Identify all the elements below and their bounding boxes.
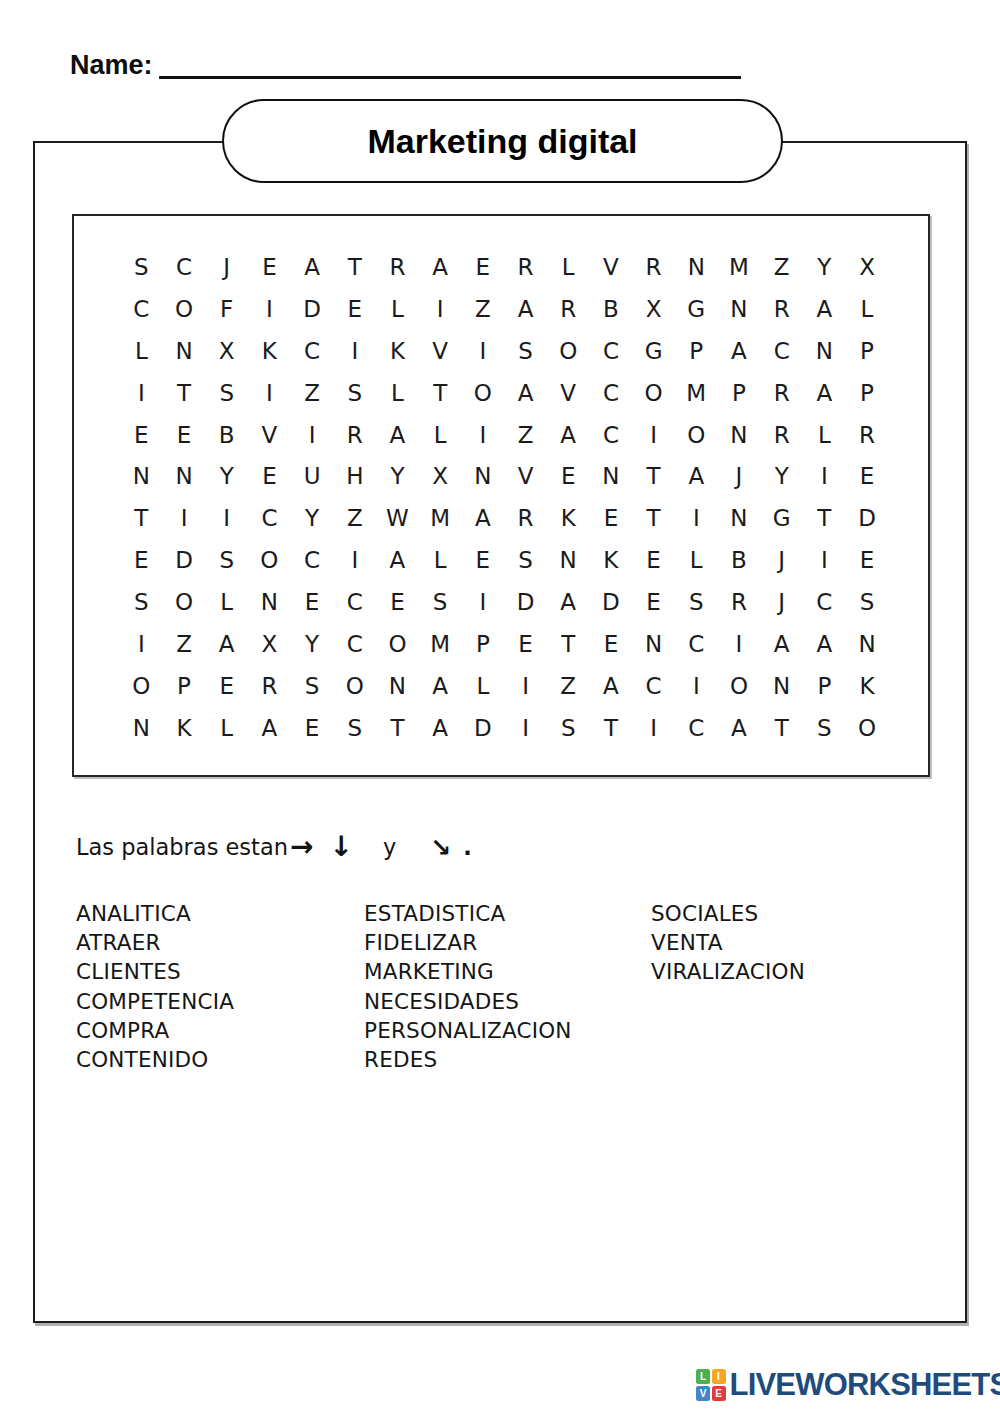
grid-cell-r9c3[interactable]: L bbox=[205, 581, 248, 623]
grid-cell-r2c8[interactable]: I bbox=[419, 288, 462, 330]
word-item: ESTADISTICA bbox=[364, 899, 572, 928]
grid-cell-r6c15[interactable]: J bbox=[718, 455, 761, 497]
grid-cell-r11c16[interactable]: N bbox=[760, 665, 803, 707]
grid-cell-r11c3[interactable]: E bbox=[205, 665, 248, 707]
grid-cell-r4c11[interactable]: V bbox=[547, 372, 590, 414]
grid-cell-r3c8[interactable]: V bbox=[419, 330, 462, 372]
grid-cell-r8c10[interactable]: S bbox=[504, 539, 547, 581]
grid-cell-r4c18[interactable]: P bbox=[846, 372, 889, 414]
grid-cell-r7c5[interactable]: Y bbox=[291, 497, 334, 539]
grid-cell-r6c6[interactable]: H bbox=[333, 455, 376, 497]
grid-cell-r3c12[interactable]: C bbox=[590, 330, 633, 372]
word-column-1: ANALITICAATRAERCLIENTESCOMPETENCIACOMPRA… bbox=[76, 899, 234, 1074]
grid-cell-r4c2[interactable]: T bbox=[163, 372, 206, 414]
grid-cell-r9c1[interactable]: S bbox=[120, 581, 163, 623]
grid-cell-r4c13[interactable]: O bbox=[632, 372, 675, 414]
grid-cell-r12c16[interactable]: T bbox=[760, 707, 803, 749]
grid-cell-r9c17[interactable]: C bbox=[803, 581, 846, 623]
grid-cell-r7c17[interactable]: T bbox=[803, 497, 846, 539]
grid-cell-r2c17[interactable]: A bbox=[803, 288, 846, 330]
grid-cell-r3c13[interactable]: G bbox=[632, 330, 675, 372]
grid-cell-r7c6[interactable]: Z bbox=[333, 497, 376, 539]
grid-cell-r10c9[interactable]: P bbox=[462, 623, 505, 665]
grid-cell-r6c13[interactable]: T bbox=[632, 455, 675, 497]
grid-cell-r9c16[interactable]: J bbox=[760, 581, 803, 623]
grid-cell-r9c14[interactable]: S bbox=[675, 581, 718, 623]
grid-cell-r11c14[interactable]: I bbox=[675, 665, 718, 707]
grid-cell-r5c15[interactable]: N bbox=[718, 414, 761, 456]
grid-cell-r1c17[interactable]: Y bbox=[803, 246, 846, 288]
grid-cell-r12c8[interactable]: A bbox=[419, 707, 462, 749]
grid-cell-r11c1[interactable]: O bbox=[120, 665, 163, 707]
grid-cell-r5c12[interactable]: C bbox=[590, 414, 633, 456]
grid-cell-r5c2[interactable]: E bbox=[163, 414, 206, 456]
grid-cell-r6c18[interactable]: E bbox=[846, 455, 889, 497]
grid-cell-r11c8[interactable]: A bbox=[419, 665, 462, 707]
grid-cell-r11c17[interactable]: P bbox=[803, 665, 846, 707]
grid-cell-r8c17[interactable]: I bbox=[803, 539, 846, 581]
word-item: ANALITICA bbox=[76, 899, 234, 928]
grid-cell-r8c11[interactable]: N bbox=[547, 539, 590, 581]
grid-cell-r3c16[interactable]: C bbox=[760, 330, 803, 372]
word-item: MARKETING bbox=[364, 957, 572, 986]
grid-cell-r12c10[interactable]: I bbox=[504, 707, 547, 749]
liveworksheets-brand-text: LIVEWORKSHEETS bbox=[730, 1369, 1000, 1400]
grid-cell-r3c2[interactable]: N bbox=[163, 330, 206, 372]
grid-cell-r4c6[interactable]: S bbox=[333, 372, 376, 414]
grid-cell-r10c7[interactable]: O bbox=[376, 623, 419, 665]
grid-cell-r5c1[interactable]: E bbox=[120, 414, 163, 456]
grid-cell-r10c18[interactable]: N bbox=[846, 623, 889, 665]
grid-cell-r4c8[interactable]: T bbox=[419, 372, 462, 414]
arrow-right-icon: → bbox=[290, 833, 313, 861]
grid-cell-r8c15[interactable]: B bbox=[718, 539, 761, 581]
grid-cell-r5c7[interactable]: A bbox=[376, 414, 419, 456]
grid-cell-r12c18[interactable]: O bbox=[846, 707, 889, 749]
grid-cell-r1c15[interactable]: M bbox=[718, 246, 761, 288]
grid-cell-r3c10[interactable]: S bbox=[504, 330, 547, 372]
instructions-line: Las palabras estan → ↓ y ↘ . bbox=[76, 831, 472, 863]
grid-cell-r10c10[interactable]: E bbox=[504, 623, 547, 665]
grid-cell-r2c15[interactable]: N bbox=[718, 288, 761, 330]
grid-cell-r10c5[interactable]: Y bbox=[291, 623, 334, 665]
grid-cell-r10c13[interactable]: N bbox=[632, 623, 675, 665]
grid-cell-r1c16[interactable]: Z bbox=[760, 246, 803, 288]
grid-cell-r12c4[interactable]: A bbox=[248, 707, 291, 749]
grid-cell-r2c7[interactable]: L bbox=[376, 288, 419, 330]
grid-cell-r10c2[interactable]: Z bbox=[163, 623, 206, 665]
wordsearch-board: SCJEATRAERLVRNMZYXCOFIDELIZARBXGNRALLNXK… bbox=[72, 214, 930, 777]
grid-cell-r4c7[interactable]: L bbox=[376, 372, 419, 414]
grid-cell-r4c4[interactable]: I bbox=[248, 372, 291, 414]
grid-cell-r9c2[interactable]: O bbox=[163, 581, 206, 623]
grid-cell-r7c18[interactable]: D bbox=[846, 497, 889, 539]
grid-cell-r10c8[interactable]: M bbox=[419, 623, 462, 665]
grid-cell-r2c18[interactable]: L bbox=[846, 288, 889, 330]
grid-cell-r6c9[interactable]: N bbox=[462, 455, 505, 497]
grid-cell-r1c3[interactable]: J bbox=[205, 246, 248, 288]
logo-square-i: I bbox=[712, 1369, 726, 1384]
grid-cell-r2c1[interactable]: C bbox=[120, 288, 163, 330]
grid-cell-r1c9[interactable]: E bbox=[462, 246, 505, 288]
grid-cell-r9c9[interactable]: I bbox=[462, 581, 505, 623]
grid-cell-r8c3[interactable]: S bbox=[205, 539, 248, 581]
grid-cell-r9c4[interactable]: N bbox=[248, 581, 291, 623]
grid-cell-r4c12[interactable]: C bbox=[590, 372, 633, 414]
grid-cell-r5c4[interactable]: V bbox=[248, 414, 291, 456]
grid-cell-r12c14[interactable]: C bbox=[675, 707, 718, 749]
grid-cell-r9c10[interactable]: D bbox=[504, 581, 547, 623]
grid-cell-r9c6[interactable]: C bbox=[333, 581, 376, 623]
grid-cell-r9c13[interactable]: E bbox=[632, 581, 675, 623]
grid-cell-r7c11[interactable]: K bbox=[547, 497, 590, 539]
word-item: VENTA bbox=[651, 928, 805, 957]
grid-cell-r5c17[interactable]: L bbox=[803, 414, 846, 456]
grid-cell-r6c5[interactable]: U bbox=[291, 455, 334, 497]
grid-cell-r1c6[interactable]: T bbox=[333, 246, 376, 288]
grid-cell-r12c2[interactable]: K bbox=[163, 707, 206, 749]
grid-cell-r1c12[interactable]: V bbox=[590, 246, 633, 288]
grid-cell-r3c1[interactable]: L bbox=[120, 330, 163, 372]
grid-cell-r2c6[interactable]: E bbox=[333, 288, 376, 330]
grid-cell-r3c7[interactable]: K bbox=[376, 330, 419, 372]
grid-cell-r11c6[interactable]: O bbox=[333, 665, 376, 707]
grid-cell-r9c11[interactable]: A bbox=[547, 581, 590, 623]
grid-cell-r3c9[interactable]: I bbox=[462, 330, 505, 372]
arrow-diagonal-icon: ↘ bbox=[430, 835, 451, 860]
grid-cell-r3c3[interactable]: X bbox=[205, 330, 248, 372]
grid-cell-r7c1[interactable]: T bbox=[120, 497, 163, 539]
grid-cell-r2c5[interactable]: D bbox=[291, 288, 334, 330]
word-item: FIDELIZAR bbox=[364, 928, 572, 957]
word-item: PERSONALIZACION bbox=[364, 1016, 572, 1045]
grid-cell-r7c8[interactable]: M bbox=[419, 497, 462, 539]
grid-cell-r10c3[interactable]: A bbox=[205, 623, 248, 665]
grid-cell-r11c11[interactable]: Z bbox=[547, 665, 590, 707]
grid-cell-r12c5[interactable]: E bbox=[291, 707, 334, 749]
grid-cell-r10c15[interactable]: I bbox=[718, 623, 761, 665]
grid-cell-r4c1[interactable]: I bbox=[120, 372, 163, 414]
grid-cell-r8c14[interactable]: L bbox=[675, 539, 718, 581]
conjunction-text: y bbox=[383, 834, 396, 860]
grid-cell-r8c7[interactable]: A bbox=[376, 539, 419, 581]
grid-cell-r5c18[interactable]: R bbox=[846, 414, 889, 456]
grid-cell-r10c6[interactable]: C bbox=[333, 623, 376, 665]
grid-cell-r10c11[interactable]: T bbox=[547, 623, 590, 665]
grid-cell-r1c13[interactable]: R bbox=[632, 246, 675, 288]
grid-cell-r7c3[interactable]: I bbox=[205, 497, 248, 539]
grid-cell-r6c7[interactable]: Y bbox=[376, 455, 419, 497]
grid-cell-r8c5[interactable]: C bbox=[291, 539, 334, 581]
word-column-2: ESTADISTICAFIDELIZARMARKETINGNECESIDADES… bbox=[364, 899, 572, 1074]
grid-cell-r7c10[interactable]: R bbox=[504, 497, 547, 539]
logo-square-e: E bbox=[712, 1386, 726, 1401]
grid-cell-r2c13[interactable]: X bbox=[632, 288, 675, 330]
grid-cell-r8c12[interactable]: K bbox=[590, 539, 633, 581]
grid-cell-r12c6[interactable]: S bbox=[333, 707, 376, 749]
grid-cell-r4c14[interactable]: M bbox=[675, 372, 718, 414]
grid-cell-r11c2[interactable]: P bbox=[163, 665, 206, 707]
grid-cell-r9c15[interactable]: R bbox=[718, 581, 761, 623]
grid-cell-r7c14[interactable]: I bbox=[675, 497, 718, 539]
word-item: NECESIDADES bbox=[364, 987, 572, 1016]
grid-cell-r7c15[interactable]: N bbox=[718, 497, 761, 539]
word-item: CONTENIDO bbox=[76, 1045, 234, 1074]
word-item: CLIENTES bbox=[76, 957, 234, 986]
grid-cell-r2c10[interactable]: A bbox=[504, 288, 547, 330]
grid-cell-r8c4[interactable]: O bbox=[248, 539, 291, 581]
grid-cell-r7c16[interactable]: G bbox=[760, 497, 803, 539]
grid-cell-r11c7[interactable]: N bbox=[376, 665, 419, 707]
grid-cell-r3c15[interactable]: A bbox=[718, 330, 761, 372]
grid-cell-r12c17[interactable]: S bbox=[803, 707, 846, 749]
title-pill: Marketing digital bbox=[222, 99, 783, 183]
grid-cell-r12c15[interactable]: A bbox=[718, 707, 761, 749]
grid-cell-r11c18[interactable]: K bbox=[846, 665, 889, 707]
grid-cell-r4c17[interactable]: A bbox=[803, 372, 846, 414]
period-text: . bbox=[463, 834, 472, 860]
grid-cell-r1c5[interactable]: A bbox=[291, 246, 334, 288]
letter-grid: SCJEATRAERLVRNMZYXCOFIDELIZARBXGNRALLNXK… bbox=[120, 246, 888, 749]
grid-cell-r9c8[interactable]: S bbox=[419, 581, 462, 623]
grid-cell-r2c3[interactable]: F bbox=[205, 288, 248, 330]
grid-cell-r10c17[interactable]: A bbox=[803, 623, 846, 665]
grid-cell-r11c10[interactable]: I bbox=[504, 665, 547, 707]
grid-cell-r8c6[interactable]: I bbox=[333, 539, 376, 581]
grid-cell-r2c9[interactable]: Z bbox=[462, 288, 505, 330]
liveworksheets-logo: LIVE LIVEWORKSHEETS bbox=[696, 1369, 1000, 1401]
grid-cell-r5c11[interactable]: A bbox=[547, 414, 590, 456]
grid-cell-r5c9[interactable]: I bbox=[462, 414, 505, 456]
grid-cell-r7c2[interactable]: I bbox=[163, 497, 206, 539]
liveworksheets-icon: LIVE bbox=[696, 1369, 726, 1401]
grid-cell-r5c6[interactable]: R bbox=[333, 414, 376, 456]
grid-cell-r1c8[interactable]: A bbox=[419, 246, 462, 288]
name-label: Name: bbox=[70, 52, 153, 79]
logo-square-v: V bbox=[696, 1386, 710, 1401]
grid-cell-r2c12[interactable]: B bbox=[590, 288, 633, 330]
grid-cell-r1c14[interactable]: N bbox=[675, 246, 718, 288]
grid-cell-r1c18[interactable]: X bbox=[846, 246, 889, 288]
grid-cell-r4c9[interactable]: O bbox=[462, 372, 505, 414]
grid-cell-r1c10[interactable]: R bbox=[504, 246, 547, 288]
grid-cell-r11c5[interactable]: S bbox=[291, 665, 334, 707]
grid-cell-r8c8[interactable]: L bbox=[419, 539, 462, 581]
grid-cell-r6c14[interactable]: A bbox=[675, 455, 718, 497]
grid-cell-r2c14[interactable]: G bbox=[675, 288, 718, 330]
name-row: Name: bbox=[70, 52, 741, 79]
grid-cell-r9c12[interactable]: D bbox=[590, 581, 633, 623]
grid-cell-r2c16[interactable]: R bbox=[760, 288, 803, 330]
page-title: Marketing digital bbox=[367, 122, 637, 161]
logo-square-l: L bbox=[696, 1369, 710, 1384]
grid-cell-r10c14[interactable]: C bbox=[675, 623, 718, 665]
grid-cell-r4c16[interactable]: R bbox=[760, 372, 803, 414]
grid-cell-r2c4[interactable]: I bbox=[248, 288, 291, 330]
grid-cell-r12c11[interactable]: S bbox=[547, 707, 590, 749]
grid-cell-r6c10[interactable]: V bbox=[504, 455, 547, 497]
grid-cell-r7c12[interactable]: E bbox=[590, 497, 633, 539]
grid-cell-r10c4[interactable]: X bbox=[248, 623, 291, 665]
grid-cell-r8c1[interactable]: E bbox=[120, 539, 163, 581]
name-input-line[interactable] bbox=[159, 53, 741, 79]
grid-cell-r6c11[interactable]: E bbox=[547, 455, 590, 497]
grid-cell-r11c15[interactable]: O bbox=[718, 665, 761, 707]
grid-cell-r3c18[interactable]: P bbox=[846, 330, 889, 372]
grid-cell-r3c4[interactable]: K bbox=[248, 330, 291, 372]
grid-cell-r5c13[interactable]: I bbox=[632, 414, 675, 456]
grid-cell-r9c7[interactable]: E bbox=[376, 581, 419, 623]
grid-cell-r12c9[interactable]: D bbox=[462, 707, 505, 749]
word-item: ATRAER bbox=[76, 928, 234, 957]
grid-cell-r4c3[interactable]: S bbox=[205, 372, 248, 414]
grid-cell-r2c2[interactable]: O bbox=[163, 288, 206, 330]
grid-cell-r4c10[interactable]: A bbox=[504, 372, 547, 414]
grid-cell-r8c13[interactable]: E bbox=[632, 539, 675, 581]
grid-cell-r10c1[interactable]: I bbox=[120, 623, 163, 665]
word-item: REDES bbox=[364, 1045, 572, 1074]
grid-cell-r11c9[interactable]: L bbox=[462, 665, 505, 707]
grid-cell-r9c18[interactable]: S bbox=[846, 581, 889, 623]
grid-cell-r6c3[interactable]: Y bbox=[205, 455, 248, 497]
instructions-text: Las palabras estan bbox=[76, 834, 288, 860]
grid-cell-r3c14[interactable]: P bbox=[675, 330, 718, 372]
grid-cell-r5c5[interactable]: I bbox=[291, 414, 334, 456]
grid-cell-r8c9[interactable]: E bbox=[462, 539, 505, 581]
grid-cell-r1c1[interactable]: S bbox=[120, 246, 163, 288]
grid-cell-r12c13[interactable]: I bbox=[632, 707, 675, 749]
grid-cell-r7c13[interactable]: T bbox=[632, 497, 675, 539]
word-column-3: SOCIALESVENTAVIRALIZACION bbox=[651, 899, 805, 987]
grid-cell-r12c12[interactable]: T bbox=[590, 707, 633, 749]
grid-cell-r4c15[interactable]: P bbox=[718, 372, 761, 414]
grid-cell-r9c5[interactable]: E bbox=[291, 581, 334, 623]
grid-cell-r3c17[interactable]: N bbox=[803, 330, 846, 372]
grid-cell-r3c6[interactable]: I bbox=[333, 330, 376, 372]
grid-cell-r6c16[interactable]: Y bbox=[760, 455, 803, 497]
grid-cell-r7c4[interactable]: C bbox=[248, 497, 291, 539]
grid-cell-r6c4[interactable]: E bbox=[248, 455, 291, 497]
grid-cell-r3c5[interactable]: C bbox=[291, 330, 334, 372]
grid-cell-r10c12[interactable]: E bbox=[590, 623, 633, 665]
grid-cell-r1c11[interactable]: L bbox=[547, 246, 590, 288]
word-item: COMPRA bbox=[76, 1016, 234, 1045]
grid-cell-r3c11[interactable]: O bbox=[547, 330, 590, 372]
grid-cell-r8c2[interactable]: D bbox=[163, 539, 206, 581]
grid-cell-r5c10[interactable]: Z bbox=[504, 414, 547, 456]
grid-cell-r6c12[interactable]: N bbox=[590, 455, 633, 497]
grid-cell-r7c9[interactable]: A bbox=[462, 497, 505, 539]
word-item: COMPETENCIA bbox=[76, 987, 234, 1016]
grid-cell-r1c2[interactable]: C bbox=[163, 246, 206, 288]
grid-cell-r11c12[interactable]: A bbox=[590, 665, 633, 707]
grid-cell-r4c5[interactable]: Z bbox=[291, 372, 334, 414]
grid-cell-r8c16[interactable]: J bbox=[760, 539, 803, 581]
grid-cell-r5c14[interactable]: O bbox=[675, 414, 718, 456]
word-item: SOCIALES bbox=[651, 899, 805, 928]
grid-cell-r6c17[interactable]: I bbox=[803, 455, 846, 497]
grid-cell-r1c4[interactable]: E bbox=[248, 246, 291, 288]
grid-cell-r11c4[interactable]: R bbox=[248, 665, 291, 707]
grid-cell-r12c1[interactable]: N bbox=[120, 707, 163, 749]
grid-cell-r8c18[interactable]: E bbox=[846, 539, 889, 581]
grid-cell-r5c16[interactable]: R bbox=[760, 414, 803, 456]
grid-cell-r6c8[interactable]: X bbox=[419, 455, 462, 497]
grid-cell-r6c1[interactable]: N bbox=[120, 455, 163, 497]
grid-cell-r5c8[interactable]: L bbox=[419, 414, 462, 456]
grid-cell-r10c16[interactable]: A bbox=[760, 623, 803, 665]
grid-cell-r11c13[interactable]: C bbox=[632, 665, 675, 707]
grid-cell-r12c7[interactable]: T bbox=[376, 707, 419, 749]
grid-cell-r1c7[interactable]: R bbox=[376, 246, 419, 288]
word-item: VIRALIZACION bbox=[651, 957, 805, 986]
grid-cell-r12c3[interactable]: L bbox=[205, 707, 248, 749]
grid-cell-r7c7[interactable]: W bbox=[376, 497, 419, 539]
arrow-down-icon: ↓ bbox=[329, 833, 352, 861]
grid-cell-r2c11[interactable]: R bbox=[547, 288, 590, 330]
grid-cell-r6c2[interactable]: N bbox=[163, 455, 206, 497]
grid-cell-r5c3[interactable]: B bbox=[205, 414, 248, 456]
